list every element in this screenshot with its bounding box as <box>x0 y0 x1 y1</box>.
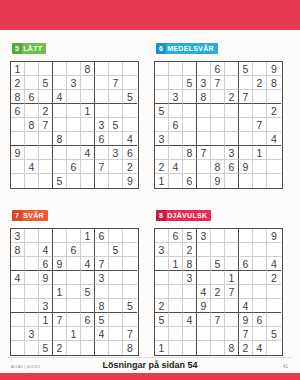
sudoku-cell: 3 <box>225 146 239 160</box>
sudoku-cell[interactable] <box>25 341 39 355</box>
sudoku-cell[interactable] <box>95 243 109 257</box>
sudoku-cell[interactable] <box>109 160 123 174</box>
sudoku-cell[interactable] <box>239 132 253 146</box>
sudoku-cell[interactable] <box>67 229 81 243</box>
top-accent-bar <box>0 0 300 30</box>
sudoku-cell: 9 <box>53 257 67 271</box>
sudoku-cell[interactable] <box>253 62 267 76</box>
sudoku-cell[interactable] <box>239 229 253 243</box>
sudoku-cell[interactable] <box>183 62 197 76</box>
sudoku-cell[interactable] <box>11 160 25 174</box>
sudoku-cell[interactable] <box>11 313 25 327</box>
sudoku-cell[interactable] <box>239 174 253 188</box>
sudoku-cell: 7 <box>95 257 109 271</box>
sudoku-cell[interactable] <box>253 257 267 271</box>
sudoku-cell[interactable] <box>67 341 81 355</box>
sudoku-cell: 8 <box>95 299 109 313</box>
sudoku-cell[interactable] <box>183 90 197 104</box>
sudoku-cell[interactable] <box>183 299 197 313</box>
sudoku-cell[interactable] <box>53 104 67 118</box>
sudoku-cell[interactable] <box>169 243 183 257</box>
sudoku-cell[interactable] <box>123 118 137 132</box>
sudoku-cell: 5 <box>183 76 197 90</box>
sudoku-cell: 3 <box>95 271 109 285</box>
sudoku-cell: 3 <box>95 118 109 132</box>
sudoku-cell[interactable] <box>11 327 25 341</box>
sudoku-cell[interactable] <box>95 341 109 355</box>
sudoku-cell[interactable] <box>25 76 39 90</box>
sudoku-cell[interactable] <box>267 243 281 257</box>
sudoku-cell[interactable] <box>225 243 239 257</box>
sudoku-cell[interactable] <box>39 174 53 188</box>
sudoku-cell[interactable] <box>25 285 39 299</box>
sudoku-cell[interactable] <box>225 62 239 76</box>
sudoku-cell[interactable] <box>211 271 225 285</box>
sudoku-cell[interactable] <box>81 174 95 188</box>
sudoku-cell[interactable] <box>95 285 109 299</box>
sudoku-cell[interactable] <box>225 299 239 313</box>
sudoku-cell[interactable] <box>211 90 225 104</box>
sudoku-cell[interactable] <box>25 271 39 285</box>
sudoku-cell: 1 <box>39 313 53 327</box>
sudoku-cell[interactable] <box>155 146 169 160</box>
sudoku-cell: 8 <box>211 160 225 174</box>
sudoku-cell[interactable] <box>169 104 183 118</box>
sudoku-cell[interactable] <box>39 229 53 243</box>
sudoku-cell[interactable] <box>53 118 67 132</box>
sudoku-cell[interactable] <box>39 146 53 160</box>
sudoku-cell[interactable] <box>109 313 123 327</box>
sudoku-cell[interactable] <box>225 327 239 341</box>
sudoku-cell[interactable] <box>109 62 123 76</box>
footer-divider <box>8 357 292 358</box>
sudoku-cell: 2 <box>39 104 53 118</box>
sudoku-cell[interactable] <box>169 174 183 188</box>
sudoku-cell: 5 <box>155 313 169 327</box>
sudoku-cell[interactable] <box>67 285 81 299</box>
sudoku-cell: 8 <box>123 341 137 355</box>
sudoku-cell[interactable] <box>239 76 253 90</box>
sudoku-cell: 2 <box>155 299 169 313</box>
sudoku-cell[interactable] <box>81 132 95 146</box>
sudoku-cell[interactable] <box>39 62 53 76</box>
sudoku-cell[interactable] <box>169 76 183 90</box>
sudoku-cell[interactable] <box>225 118 239 132</box>
sudoku-cell[interactable] <box>155 327 169 341</box>
sudoku-cell[interactable] <box>155 76 169 90</box>
sudoku-cell: 9 <box>239 313 253 327</box>
sudoku-cell: 7 <box>109 76 123 90</box>
sudoku-cell[interactable] <box>81 118 95 132</box>
sudoku-cell: 4 <box>81 257 95 271</box>
sudoku-cell[interactable] <box>239 243 253 257</box>
sudoku-cell: 5 <box>109 243 123 257</box>
sudoku-cell[interactable] <box>197 174 211 188</box>
puzzle-number: 8 <box>156 210 166 221</box>
sudoku-cell[interactable] <box>183 132 197 146</box>
sudoku-cell: 9 <box>211 174 225 188</box>
sudoku-cell[interactable] <box>11 174 25 188</box>
sudoku-cell[interactable] <box>183 118 197 132</box>
sudoku-cell: 7 <box>211 76 225 90</box>
sudoku-cell[interactable] <box>239 271 253 285</box>
sudoku-cell[interactable] <box>169 132 183 146</box>
sudoku-cell[interactable] <box>253 160 267 174</box>
sudoku-cell[interactable] <box>197 271 211 285</box>
sudoku-cell[interactable] <box>225 229 239 243</box>
sudoku-cell[interactable] <box>123 285 137 299</box>
sudoku-cell: 1 <box>81 229 95 243</box>
sudoku-cell[interactable] <box>211 327 225 341</box>
sudoku-cell: 3 <box>155 132 169 146</box>
sudoku-cell[interactable] <box>267 285 281 299</box>
sudoku-cell: 9 <box>267 229 281 243</box>
sudoku-cell[interactable] <box>239 146 253 160</box>
sudoku-cell: 1 <box>155 341 169 355</box>
sudoku-cell[interactable] <box>169 313 183 327</box>
sudoku-cell: 6 <box>67 243 81 257</box>
sudoku-cell: 8 <box>25 118 39 132</box>
sudoku-cell[interactable] <box>253 327 267 341</box>
sudoku-cell[interactable] <box>25 243 39 257</box>
sudoku-cell[interactable] <box>225 104 239 118</box>
sudoku-cell[interactable] <box>197 341 211 355</box>
sudoku-cell: 5 <box>183 229 197 243</box>
sudoku-cell[interactable] <box>25 299 39 313</box>
sudoku-cell[interactable] <box>81 341 95 355</box>
sudoku-cell[interactable] <box>267 160 281 174</box>
sudoku-cell: 6 <box>39 257 53 271</box>
sudoku-cell[interactable] <box>39 285 53 299</box>
sudoku-cell[interactable] <box>81 243 95 257</box>
sudoku-cell: 8 <box>225 341 239 355</box>
sudoku-cell[interactable] <box>155 229 169 243</box>
sudoku-cell[interactable] <box>53 76 67 90</box>
sudoku-cell: 6 <box>95 229 109 243</box>
sudoku-cell[interactable] <box>197 132 211 146</box>
sudoku-cell[interactable] <box>225 76 239 90</box>
sudoku-cell[interactable] <box>197 257 211 271</box>
sudoku-cell[interactable] <box>211 104 225 118</box>
sudoku-cell[interactable] <box>67 132 81 146</box>
puzzle-number: 5 <box>12 43 22 54</box>
sudoku-cell[interactable] <box>39 327 53 341</box>
sudoku-cell[interactable] <box>197 160 211 174</box>
difficulty-label: MEDELSVÅR <box>166 43 218 54</box>
sudoku-cell[interactable] <box>95 104 109 118</box>
sudoku-cell[interactable] <box>109 174 123 188</box>
sudoku-cell[interactable] <box>81 271 95 285</box>
sudoku-cell[interactable] <box>183 341 197 355</box>
sudoku-cell: 3 <box>155 243 169 257</box>
sudoku-cell[interactable] <box>183 327 197 341</box>
sudoku-cell[interactable] <box>123 271 137 285</box>
sudoku-cell[interactable] <box>39 90 53 104</box>
sudoku-cell[interactable] <box>25 132 39 146</box>
sudoku-cell[interactable] <box>225 132 239 146</box>
sudoku-cell: 2 <box>267 104 281 118</box>
sudoku-cell[interactable] <box>109 104 123 118</box>
sudoku-cell[interactable] <box>239 285 253 299</box>
sudoku-cell[interactable] <box>53 271 67 285</box>
sudoku-grid-latt: 182537864562187358649436467259 <box>10 61 139 189</box>
sudoku-cell[interactable] <box>81 90 95 104</box>
sudoku-cell: 4 <box>81 146 95 160</box>
sudoku-cell[interactable] <box>211 146 225 160</box>
sudoku-cell[interactable] <box>183 160 197 174</box>
sudoku-cell[interactable] <box>11 257 25 271</box>
sudoku-cell: 6 <box>11 104 25 118</box>
sudoku-cell[interactable] <box>67 104 81 118</box>
sudoku-cell: 2 <box>183 243 197 257</box>
sudoku-cell[interactable] <box>25 62 39 76</box>
difficulty-badge-djavulsk: 8 DJÄVULSK <box>156 210 211 221</box>
sudoku-cell: 2 <box>155 160 169 174</box>
sudoku-cell[interactable] <box>81 76 95 90</box>
sudoku-cell[interactable] <box>123 104 137 118</box>
sudoku-cell: 4 <box>239 299 253 313</box>
sudoku-puzzle-medelsvar: 6 MEDELSVÅR 6595372838275267348731248691… <box>154 37 284 189</box>
sudoku-cell[interactable] <box>253 90 267 104</box>
sudoku-cell[interactable] <box>169 285 183 299</box>
sudoku-cell[interactable] <box>253 243 267 257</box>
sudoku-cell[interactable] <box>53 229 67 243</box>
sudoku-cell[interactable] <box>81 327 95 341</box>
sudoku-cell[interactable] <box>11 341 25 355</box>
sudoku-cell[interactable] <box>211 341 225 355</box>
sudoku-grid-svar: 316846569474931538517653147528 <box>10 228 139 356</box>
sudoku-cell[interactable] <box>109 285 123 299</box>
sudoku-cell[interactable] <box>25 257 39 271</box>
sudoku-cell: 8 <box>81 62 95 76</box>
sudoku-cell[interactable] <box>155 271 169 285</box>
sudoku-cell: 4 <box>267 257 281 271</box>
sudoku-cell: 8 <box>183 257 197 271</box>
sudoku-cell: 5 <box>123 299 137 313</box>
sudoku-cell: 5 <box>81 285 95 299</box>
sudoku-cell[interactable] <box>95 62 109 76</box>
page-number: 41 <box>283 364 288 369</box>
sudoku-cell: 6 <box>239 257 253 271</box>
sudoku-cell[interactable] <box>25 104 39 118</box>
sudoku-cell[interactable] <box>169 341 183 355</box>
sudoku-cell[interactable] <box>67 313 81 327</box>
sudoku-cell[interactable] <box>267 118 281 132</box>
sudoku-cell: 2 <box>53 341 67 355</box>
sudoku-cell: 7 <box>123 327 137 341</box>
sudoku-cell: 3 <box>197 229 211 243</box>
sudoku-cell[interactable] <box>225 174 239 188</box>
sudoku-cell[interactable] <box>109 132 123 146</box>
sudoku-cell: 6 <box>225 160 239 174</box>
sudoku-cell[interactable] <box>53 327 67 341</box>
sudoku-cell[interactable] <box>53 299 67 313</box>
sudoku-cell[interactable] <box>267 313 281 327</box>
sudoku-cell[interactable] <box>53 146 67 160</box>
sudoku-cell[interactable] <box>123 229 137 243</box>
solutions-reference-text: Lösningar på sidan 54 <box>0 360 300 370</box>
sudoku-cell[interactable] <box>253 285 267 299</box>
sudoku-grid-djavulsk: 6539321856431242729454796751824 <box>154 228 283 356</box>
sudoku-cell: 1 <box>225 271 239 285</box>
sudoku-cell[interactable] <box>267 90 281 104</box>
sudoku-cell[interactable] <box>211 299 225 313</box>
sudoku-cell[interactable] <box>225 313 239 327</box>
sudoku-cell[interactable] <box>253 104 267 118</box>
sudoku-cell[interactable] <box>155 62 169 76</box>
sudoku-cell[interactable] <box>155 257 169 271</box>
sudoku-cell: 4 <box>169 160 183 174</box>
sudoku-cell: 6 <box>211 62 225 76</box>
sudoku-cell[interactable] <box>67 118 81 132</box>
sudoku-cell[interactable] <box>81 160 95 174</box>
sudoku-cell[interactable] <box>267 174 281 188</box>
sudoku-cell[interactable] <box>197 313 211 327</box>
sudoku-cell[interactable] <box>39 132 53 146</box>
sudoku-cell: 1 <box>11 62 25 76</box>
sudoku-cell: 3 <box>11 229 25 243</box>
sudoku-cell[interactable] <box>253 174 267 188</box>
sudoku-cell: 5 <box>53 174 67 188</box>
sudoku-cell: 3 <box>197 76 211 90</box>
sudoku-cell: 7 <box>39 118 53 132</box>
sudoku-cell[interactable] <box>67 174 81 188</box>
sudoku-cell[interactable] <box>211 118 225 132</box>
sudoku-cell[interactable] <box>123 76 137 90</box>
sudoku-cell[interactable] <box>211 132 225 146</box>
sudoku-cell[interactable] <box>81 299 95 313</box>
sudoku-cell: 4 <box>197 285 211 299</box>
sudoku-cell[interactable] <box>67 146 81 160</box>
sudoku-cell[interactable] <box>183 104 197 118</box>
sudoku-cell[interactable] <box>169 62 183 76</box>
sudoku-cell: 8 <box>197 90 211 104</box>
sudoku-cell[interactable] <box>95 90 109 104</box>
sudoku-cell[interactable] <box>11 299 25 313</box>
sudoku-cell[interactable] <box>109 257 123 271</box>
sudoku-cell: 4 <box>39 243 53 257</box>
sudoku-cell[interactable] <box>225 257 239 271</box>
sudoku-cell: 4 <box>253 341 267 355</box>
sudoku-puzzle-djavulsk: 8 DJÄVULSK 65393218564312427294547967518… <box>154 204 284 356</box>
sudoku-cell: 3 <box>39 299 53 313</box>
sudoku-cell[interactable] <box>67 257 81 271</box>
sudoku-cell[interactable] <box>155 285 169 299</box>
sudoku-cell: 6 <box>183 174 197 188</box>
sudoku-cell[interactable] <box>109 341 123 355</box>
sudoku-cell[interactable] <box>169 271 183 285</box>
sudoku-cell[interactable] <box>11 285 25 299</box>
sudoku-cell[interactable] <box>67 62 81 76</box>
sudoku-cell[interactable] <box>53 62 67 76</box>
sudoku-cell[interactable] <box>53 243 67 257</box>
sudoku-cell[interactable] <box>95 146 109 160</box>
sudoku-cell[interactable] <box>123 62 137 76</box>
sudoku-cell: 2 <box>123 160 137 174</box>
sudoku-cell[interactable] <box>253 132 267 146</box>
sudoku-cell[interactable] <box>109 299 123 313</box>
sudoku-cell: 8 <box>11 243 25 257</box>
sudoku-cell: 4 <box>267 132 281 146</box>
sudoku-puzzle-svar: 7 SVÅR 316846569474931538517653147528 <box>10 204 140 356</box>
sudoku-cell[interactable] <box>95 174 109 188</box>
sudoku-cell[interactable] <box>239 104 253 118</box>
sudoku-cell[interactable] <box>211 229 225 243</box>
sudoku-cell[interactable] <box>123 243 137 257</box>
sudoku-cell[interactable] <box>211 243 225 257</box>
sudoku-cell[interactable] <box>197 104 211 118</box>
sudoku-cell: 5 <box>211 257 225 271</box>
sudoku-cell[interactable] <box>109 229 123 243</box>
sudoku-cell[interactable] <box>123 313 137 327</box>
sudoku-cell: 5 <box>39 76 53 90</box>
sudoku-cell[interactable] <box>25 174 39 188</box>
sudoku-cell[interactable] <box>109 90 123 104</box>
sudoku-cell[interactable] <box>11 132 25 146</box>
sudoku-cell[interactable] <box>155 118 169 132</box>
sudoku-cell: 3 <box>67 76 81 90</box>
sudoku-cell[interactable] <box>109 327 123 341</box>
sudoku-cell[interactable] <box>95 76 109 90</box>
sudoku-cell: 4 <box>183 313 197 327</box>
sudoku-cell: 5 <box>95 313 109 327</box>
sudoku-cell[interactable] <box>155 90 169 104</box>
sudoku-cell[interactable] <box>67 299 81 313</box>
sudoku-cell[interactable] <box>253 299 267 313</box>
sudoku-cell[interactable] <box>253 271 267 285</box>
sudoku-cell[interactable] <box>267 146 281 160</box>
sudoku-cell: 6 <box>81 313 95 327</box>
difficulty-badge-medelsvar: 6 MEDELSVÅR <box>156 43 218 54</box>
sudoku-cell[interactable] <box>67 90 81 104</box>
sudoku-cell[interactable] <box>267 341 281 355</box>
sudoku-cell: 7 <box>53 313 67 327</box>
difficulty-badge-latt: 5 LÄTT <box>12 43 46 54</box>
sudoku-cell[interactable] <box>239 118 253 132</box>
sudoku-cell[interactable] <box>39 160 53 174</box>
sudoku-cell[interactable] <box>197 327 211 341</box>
sudoku-cell: 7 <box>253 118 267 132</box>
sudoku-cell[interactable] <box>25 146 39 160</box>
sudoku-cell[interactable] <box>25 229 39 243</box>
sudoku-cell[interactable] <box>183 285 197 299</box>
sudoku-cell: 1 <box>81 104 95 118</box>
sudoku-cell[interactable] <box>123 257 137 271</box>
sudoku-cell[interactable] <box>197 118 211 132</box>
sudoku-puzzle-latt: 5 LÄTT 182537864562187358649436467259 <box>10 37 140 189</box>
sudoku-cell[interactable] <box>109 271 123 285</box>
sudoku-cell: 2 <box>225 90 239 104</box>
sudoku-cell: 6 <box>67 160 81 174</box>
sudoku-cell[interactable] <box>25 313 39 327</box>
sudoku-cell: 3 <box>109 146 123 160</box>
sudoku-cell: 8 <box>183 146 197 160</box>
sudoku-cell: 1 <box>53 285 67 299</box>
sudoku-cell: 2 <box>253 76 267 90</box>
sudoku-cell[interactable] <box>53 160 67 174</box>
sudoku-cell[interactable] <box>253 229 267 243</box>
sudoku-cell[interactable] <box>267 299 281 313</box>
sudoku-cell: 7 <box>197 146 211 160</box>
sudoku-cell[interactable] <box>169 299 183 313</box>
sudoku-cell[interactable] <box>11 118 25 132</box>
sudoku-cell[interactable] <box>197 243 211 257</box>
sudoku-cell[interactable] <box>197 62 211 76</box>
sudoku-cell[interactable] <box>169 327 183 341</box>
sudoku-cell[interactable] <box>169 146 183 160</box>
sudoku-cell: 4 <box>25 160 39 174</box>
sudoku-cell[interactable] <box>67 271 81 285</box>
